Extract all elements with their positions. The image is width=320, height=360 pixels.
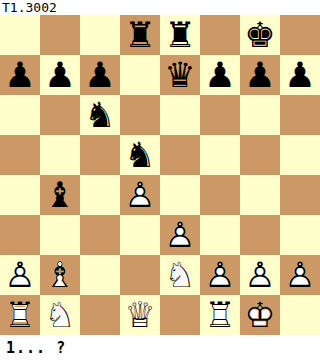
black-n-piece-icon: ♞	[80, 95, 120, 135]
white-n-piece-icon: ♘	[40, 295, 80, 335]
black-r-piece-icon: ♜	[120, 15, 160, 55]
white-k-piece-icon: ♔	[240, 295, 280, 335]
square-g6[interactable]	[240, 95, 280, 135]
square-f6[interactable]	[200, 95, 240, 135]
white-b-piece-icon: ♗	[40, 255, 80, 295]
square-c4[interactable]	[80, 175, 120, 215]
square-h7[interactable]: ♟	[280, 55, 320, 95]
square-d2[interactable]	[120, 255, 160, 295]
square-e6[interactable]	[160, 95, 200, 135]
black-p-piece-icon: ♟	[240, 55, 280, 95]
black-p-piece-icon: ♟	[0, 55, 40, 95]
square-c3[interactable]	[80, 215, 120, 255]
black-n-piece-icon: ♞	[120, 135, 160, 175]
square-f8[interactable]	[200, 15, 240, 55]
square-a1[interactable]: ♜♖	[0, 295, 40, 335]
square-g8[interactable]: ♚	[240, 15, 280, 55]
square-g1[interactable]: ♚♔	[240, 295, 280, 335]
square-h5[interactable]	[280, 135, 320, 175]
black-b-piece-icon: ♝	[40, 175, 80, 215]
square-d6[interactable]	[120, 95, 160, 135]
square-h8[interactable]	[280, 15, 320, 55]
square-c6[interactable]: ♞	[80, 95, 120, 135]
square-g5[interactable]	[240, 135, 280, 175]
square-g7[interactable]: ♟	[240, 55, 280, 95]
square-d3[interactable]	[120, 215, 160, 255]
white-q-piece-icon: ♕	[120, 295, 160, 335]
square-b2[interactable]: ♝♗	[40, 255, 80, 295]
square-f4[interactable]	[200, 175, 240, 215]
square-b5[interactable]	[40, 135, 80, 175]
black-p-piece-icon: ♟	[40, 55, 80, 95]
square-f7[interactable]: ♟	[200, 55, 240, 95]
square-e3[interactable]: ♟♙	[160, 215, 200, 255]
white-r-piece-icon: ♖	[0, 295, 40, 335]
black-p-piece-icon: ♟	[200, 55, 240, 95]
chess-board: ♜♜♚♟♟♟♛♟♟♟♞♞♝♟♙♟♙♟♙♝♗♞♘♟♙♟♙♟♙♜♖♞♘♛♕♜♖♚♔	[0, 15, 320, 335]
square-h3[interactable]	[280, 215, 320, 255]
square-c7[interactable]: ♟	[80, 55, 120, 95]
square-e2[interactable]: ♞♘	[160, 255, 200, 295]
square-a6[interactable]	[0, 95, 40, 135]
square-f2[interactable]: ♟♙	[200, 255, 240, 295]
white-p-piece-icon: ♙	[160, 215, 200, 255]
square-h4[interactable]	[280, 175, 320, 215]
square-a8[interactable]	[0, 15, 40, 55]
square-h1[interactable]	[280, 295, 320, 335]
square-g3[interactable]	[240, 215, 280, 255]
square-c5[interactable]	[80, 135, 120, 175]
white-p-piece-icon: ♙	[120, 175, 160, 215]
square-g4[interactable]	[240, 175, 280, 215]
square-b6[interactable]	[40, 95, 80, 135]
square-a3[interactable]	[0, 215, 40, 255]
square-a7[interactable]: ♟	[0, 55, 40, 95]
square-b7[interactable]: ♟	[40, 55, 80, 95]
white-r-piece-icon: ♖	[200, 295, 240, 335]
square-d7[interactable]	[120, 55, 160, 95]
black-r-piece-icon: ♜	[160, 15, 200, 55]
square-d1[interactable]: ♛♕	[120, 295, 160, 335]
square-e7[interactable]: ♛	[160, 55, 200, 95]
square-h2[interactable]: ♟♙	[280, 255, 320, 295]
white-p-piece-icon: ♙	[240, 255, 280, 295]
square-d5[interactable]: ♞	[120, 135, 160, 175]
square-b3[interactable]	[40, 215, 80, 255]
black-p-piece-icon: ♟	[80, 55, 120, 95]
puzzle-title: T1.3002	[0, 0, 320, 15]
white-n-piece-icon: ♘	[160, 255, 200, 295]
square-b4[interactable]: ♝	[40, 175, 80, 215]
square-e1[interactable]	[160, 295, 200, 335]
square-d8[interactable]: ♜	[120, 15, 160, 55]
square-h6[interactable]	[280, 95, 320, 135]
white-p-piece-icon: ♙	[200, 255, 240, 295]
square-e5[interactable]	[160, 135, 200, 175]
square-e8[interactable]: ♜	[160, 15, 200, 55]
square-c8[interactable]	[80, 15, 120, 55]
square-f1[interactable]: ♜♖	[200, 295, 240, 335]
square-f3[interactable]	[200, 215, 240, 255]
square-g2[interactable]: ♟♙	[240, 255, 280, 295]
square-d4[interactable]: ♟♙	[120, 175, 160, 215]
black-k-piece-icon: ♚	[240, 15, 280, 55]
square-c1[interactable]	[80, 295, 120, 335]
white-p-piece-icon: ♙	[0, 255, 40, 295]
square-a4[interactable]	[0, 175, 40, 215]
square-e4[interactable]	[160, 175, 200, 215]
black-q-piece-icon: ♛	[160, 55, 200, 95]
move-prompt: 1... ?	[0, 335, 320, 360]
black-p-piece-icon: ♟	[280, 55, 320, 95]
square-f5[interactable]	[200, 135, 240, 175]
square-c2[interactable]	[80, 255, 120, 295]
square-a5[interactable]	[0, 135, 40, 175]
white-p-piece-icon: ♙	[280, 255, 320, 295]
square-b1[interactable]: ♞♘	[40, 295, 80, 335]
square-a2[interactable]: ♟♙	[0, 255, 40, 295]
square-b8[interactable]	[40, 15, 80, 55]
